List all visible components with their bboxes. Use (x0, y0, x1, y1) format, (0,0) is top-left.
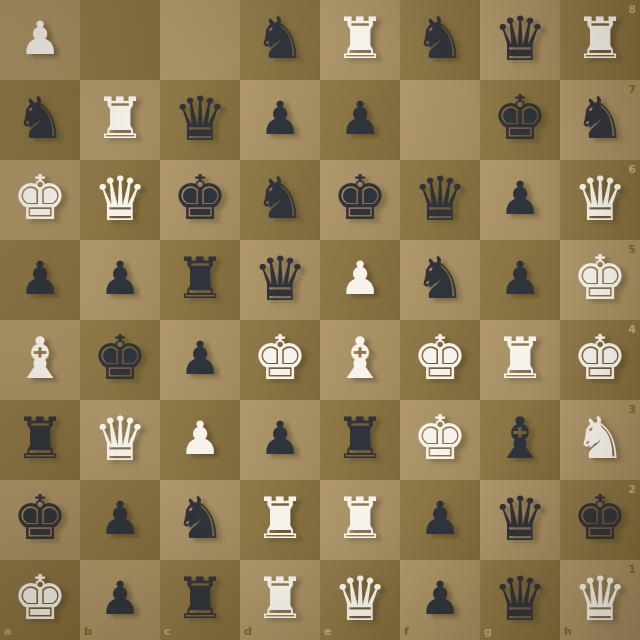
square-a5[interactable]: ♟ (0, 240, 80, 320)
piece-white-king: ♚ (572, 327, 628, 389)
square-e4[interactable]: ♝ (320, 320, 400, 400)
piece-black-knight: ♞ (254, 9, 306, 67)
rank-label-3: 3 (628, 403, 636, 416)
piece-black-rook: ♜ (14, 410, 65, 467)
square-g3[interactable]: ♝ (480, 400, 560, 480)
square-h8[interactable]: ♜8 (560, 0, 640, 80)
square-a7[interactable]: ♞ (0, 80, 80, 160)
square-e7[interactable]: ♟ (320, 80, 400, 160)
square-e3[interactable]: ♜ (320, 400, 400, 480)
square-g5[interactable]: ♟ (480, 240, 560, 320)
piece-black-pawn: ♟ (419, 575, 460, 621)
square-b2[interactable]: ♟ (80, 480, 160, 560)
square-h2[interactable]: ♚2 (560, 480, 640, 560)
piece-black-king: ♚ (572, 487, 628, 549)
square-f5[interactable]: ♞ (400, 240, 480, 320)
file-label-d: d (244, 625, 252, 638)
file-label-c: c (164, 625, 171, 638)
piece-white-queen: ♛ (573, 168, 628, 229)
square-c6[interactable]: ♚ (160, 160, 240, 240)
square-b6[interactable]: ♛ (80, 160, 160, 240)
file-label-e: e (324, 625, 331, 638)
piece-white-rook: ♜ (334, 490, 385, 547)
square-b5[interactable]: ♟ (80, 240, 160, 320)
square-a8[interactable]: ♟ (0, 0, 80, 80)
square-c1[interactable]: ♜c (160, 560, 240, 640)
piece-black-queen: ♛ (493, 568, 548, 629)
rank-label-8: 8 (628, 3, 636, 16)
piece-black-king: ♚ (12, 487, 68, 549)
rank-label-5: 5 (628, 243, 636, 256)
square-h3[interactable]: ♞3 (560, 400, 640, 480)
square-c3[interactable]: ♟ (160, 400, 240, 480)
file-label-g: g (484, 625, 492, 638)
piece-black-king: ♚ (492, 87, 548, 149)
square-d7[interactable]: ♟ (240, 80, 320, 160)
piece-white-pawn: ♟ (179, 415, 220, 461)
square-e8[interactable]: ♜ (320, 0, 400, 80)
piece-black-pawn: ♟ (99, 255, 140, 301)
piece-white-rook: ♜ (574, 10, 625, 67)
square-c7[interactable]: ♛ (160, 80, 240, 160)
square-d2[interactable]: ♜ (240, 480, 320, 560)
piece-black-king: ♚ (332, 167, 388, 229)
piece-white-rook: ♜ (494, 330, 545, 387)
rank-label-6: 6 (628, 163, 636, 176)
square-h5[interactable]: ♚5 (560, 240, 640, 320)
piece-black-pawn: ♟ (259, 95, 300, 141)
piece-white-queen: ♛ (93, 168, 148, 229)
piece-black-rook: ♜ (334, 410, 385, 467)
square-d4[interactable]: ♚ (240, 320, 320, 400)
square-h1[interactable]: ♛h1 (560, 560, 640, 640)
piece-black-pawn: ♟ (419, 495, 460, 541)
piece-white-king: ♚ (12, 567, 68, 629)
piece-black-knight: ♞ (174, 489, 226, 547)
square-e2[interactable]: ♜ (320, 480, 400, 560)
piece-white-king: ♚ (412, 407, 468, 469)
piece-white-knight: ♞ (574, 409, 626, 467)
piece-black-rook: ♜ (174, 570, 225, 627)
file-label-h: h (564, 625, 572, 638)
square-e1[interactable]: ♛e (320, 560, 400, 640)
square-d6[interactable]: ♞ (240, 160, 320, 240)
chess-board: ♟♞♜♞♛♜8♞♜♛♟♟♚♞7♚♛♚♞♚♛♟♛6♟♟♜♛♟♞♟♚5♝♚♟♚♝♚♜… (0, 0, 640, 640)
square-a1[interactable]: ♚a (0, 560, 80, 640)
square-f3[interactable]: ♚ (400, 400, 480, 480)
square-d5[interactable]: ♛ (240, 240, 320, 320)
square-a6[interactable]: ♚ (0, 160, 80, 240)
square-c4[interactable]: ♟ (160, 320, 240, 400)
piece-black-knight: ♞ (574, 89, 626, 147)
piece-black-pawn: ♟ (19, 255, 60, 301)
rank-label-4: 4 (628, 323, 636, 336)
square-d3[interactable]: ♟ (240, 400, 320, 480)
piece-black-pawn: ♟ (99, 575, 140, 621)
piece-white-king: ♚ (12, 167, 68, 229)
square-g4[interactable]: ♜ (480, 320, 560, 400)
piece-black-queen: ♛ (253, 248, 308, 309)
file-label-f: f (404, 625, 409, 638)
piece-white-rook: ♜ (254, 570, 305, 627)
piece-black-pawn: ♟ (499, 175, 540, 221)
square-f2[interactable]: ♟ (400, 480, 480, 560)
piece-black-king: ♚ (92, 327, 148, 389)
piece-black-queen: ♛ (173, 88, 228, 149)
square-g2[interactable]: ♛ (480, 480, 560, 560)
piece-white-pawn: ♟ (19, 15, 60, 61)
square-e5[interactable]: ♟ (320, 240, 400, 320)
piece-black-pawn: ♟ (499, 255, 540, 301)
piece-black-king: ♚ (172, 167, 228, 229)
square-h7[interactable]: ♞7 (560, 80, 640, 160)
piece-white-queen: ♛ (93, 408, 148, 469)
square-c8[interactable] (160, 0, 240, 80)
square-b4[interactable]: ♚ (80, 320, 160, 400)
piece-white-bishop: ♝ (14, 330, 65, 387)
square-g8[interactable]: ♛ (480, 0, 560, 80)
rank-label-7: 7 (628, 83, 636, 96)
square-e6[interactable]: ♚ (320, 160, 400, 240)
piece-white-rook: ♜ (254, 490, 305, 547)
file-label-a: a (4, 625, 11, 638)
piece-black-pawn: ♟ (339, 95, 380, 141)
square-c2[interactable]: ♞ (160, 480, 240, 560)
square-h6[interactable]: ♛6 (560, 160, 640, 240)
piece-white-king: ♚ (572, 247, 628, 309)
square-g7[interactable]: ♚ (480, 80, 560, 160)
piece-black-pawn: ♟ (179, 335, 220, 381)
square-d1[interactable]: ♜d (240, 560, 320, 640)
rank-label-2: 2 (628, 483, 636, 496)
square-d8[interactable]: ♞ (240, 0, 320, 80)
square-g1[interactable]: ♛g (480, 560, 560, 640)
piece-black-knight: ♞ (414, 249, 466, 307)
piece-black-queen: ♛ (493, 8, 548, 69)
piece-black-knight: ♞ (14, 89, 66, 147)
piece-black-queen: ♛ (493, 488, 548, 549)
piece-black-knight: ♞ (254, 169, 306, 227)
piece-black-bishop: ♝ (494, 410, 545, 467)
square-b1[interactable]: ♟b (80, 560, 160, 640)
piece-black-pawn: ♟ (259, 415, 300, 461)
square-a4[interactable]: ♝ (0, 320, 80, 400)
piece-white-king: ♚ (252, 327, 308, 389)
piece-black-rook: ♜ (174, 250, 225, 307)
piece-white-king: ♚ (412, 327, 468, 389)
square-f8[interactable]: ♞ (400, 0, 480, 80)
piece-black-pawn: ♟ (99, 495, 140, 541)
rank-label-1: 1 (628, 563, 636, 576)
chess-board-wallpaper: ♟♞♜♞♛♜8♞♜♛♟♟♚♞7♚♛♚♞♚♛♟♛6♟♟♜♛♟♞♟♚5♝♚♟♚♝♚♜… (0, 0, 640, 640)
square-b8[interactable] (80, 0, 160, 80)
square-b3[interactable]: ♛ (80, 400, 160, 480)
piece-black-queen: ♛ (413, 168, 468, 229)
piece-white-queen: ♛ (333, 568, 388, 629)
piece-white-rook: ♜ (334, 10, 385, 67)
square-c5[interactable]: ♜ (160, 240, 240, 320)
square-a2[interactable]: ♚ (0, 480, 80, 560)
square-h4[interactable]: ♚4 (560, 320, 640, 400)
piece-white-rook: ♜ (94, 90, 145, 147)
square-b7[interactable]: ♜ (80, 80, 160, 160)
piece-white-pawn: ♟ (339, 255, 380, 301)
square-f4[interactable]: ♚ (400, 320, 480, 400)
square-f7[interactable] (400, 80, 480, 160)
square-g6[interactable]: ♟ (480, 160, 560, 240)
piece-white-queen: ♛ (573, 568, 628, 629)
piece-white-bishop: ♝ (334, 330, 385, 387)
square-a3[interactable]: ♜ (0, 400, 80, 480)
piece-black-knight: ♞ (414, 9, 466, 67)
square-f1[interactable]: ♟f (400, 560, 480, 640)
file-label-b: b (84, 625, 92, 638)
square-f6[interactable]: ♛ (400, 160, 480, 240)
